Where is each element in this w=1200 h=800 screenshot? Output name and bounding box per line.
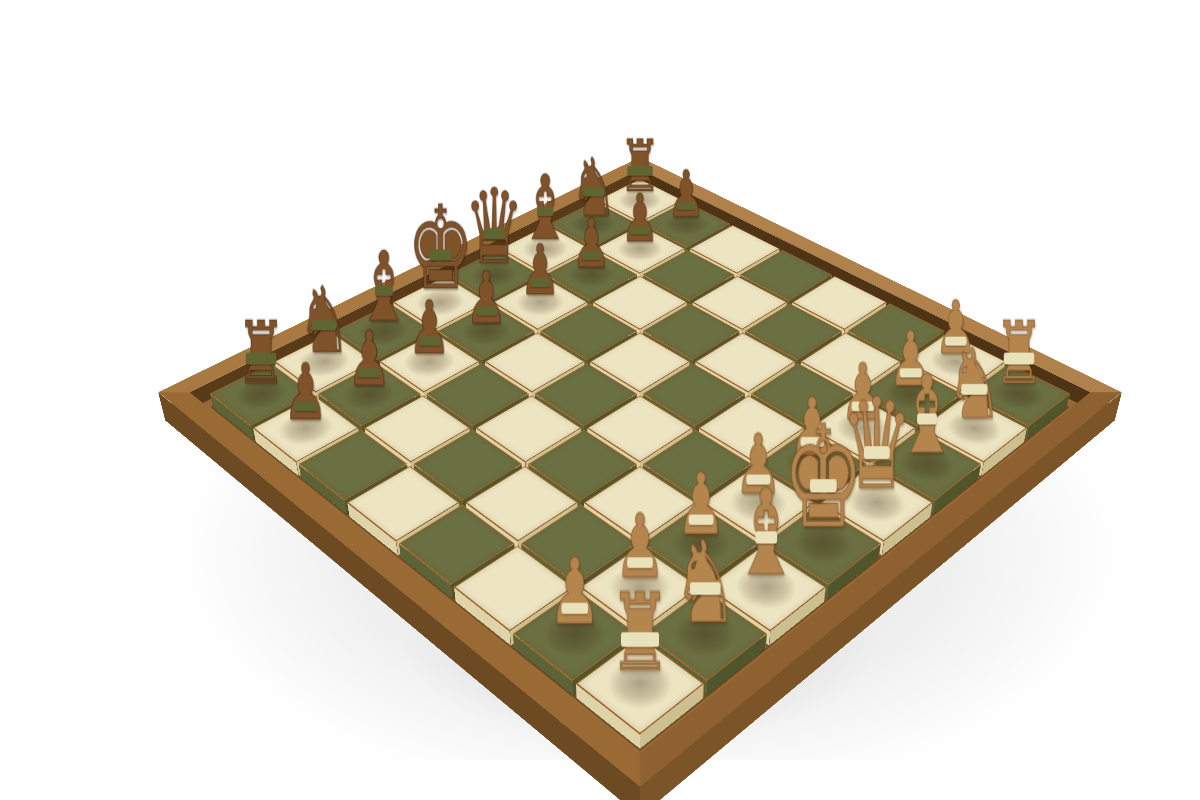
black-pawn-glyph: ♟: [253, 356, 358, 430]
olive-band: [419, 337, 440, 346]
olive-band: [358, 368, 380, 377]
perspective-stage: ♜♟♟♜♞♟♟♞♝♟♟♝♛♟♟♛♚♟♟♚♝♟♟♝♞♟♟♞♜♟♟♜: [0, 0, 1200, 800]
cream-band: [621, 632, 659, 647]
board-tray-rim: [158, 157, 1122, 787]
product-photo-scene: ♜♟♟♜♞♟♟♞♝♟♟♝♛♟♟♛♚♟♟♚♝♟♟♝♞♟♟♞♜♟♟♜: [0, 0, 1200, 800]
olive-band: [294, 402, 317, 411]
olive-band: [476, 307, 497, 316]
olive-band: [430, 250, 452, 261]
